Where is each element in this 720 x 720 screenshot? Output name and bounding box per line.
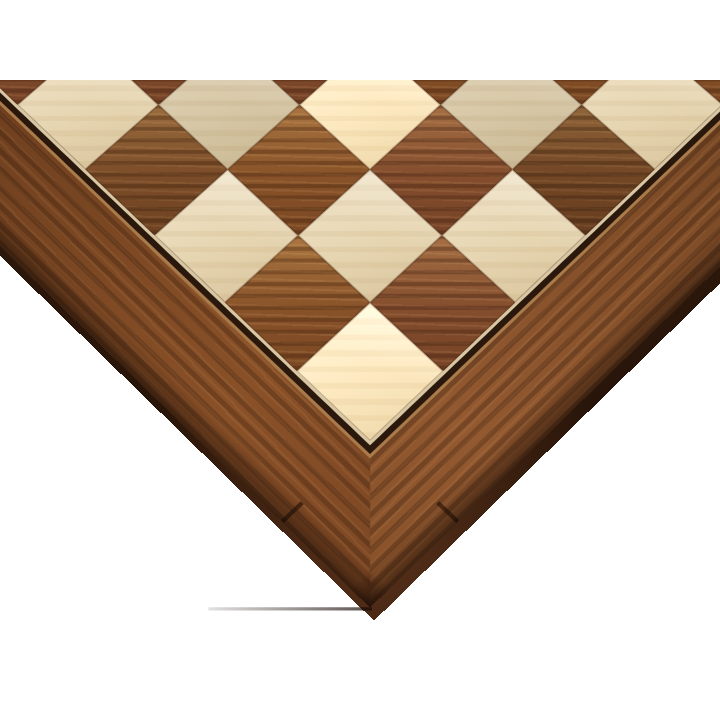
board-photo <box>0 80 720 720</box>
frame-mitre-seam <box>208 607 372 610</box>
chess-board <box>0 80 720 608</box>
